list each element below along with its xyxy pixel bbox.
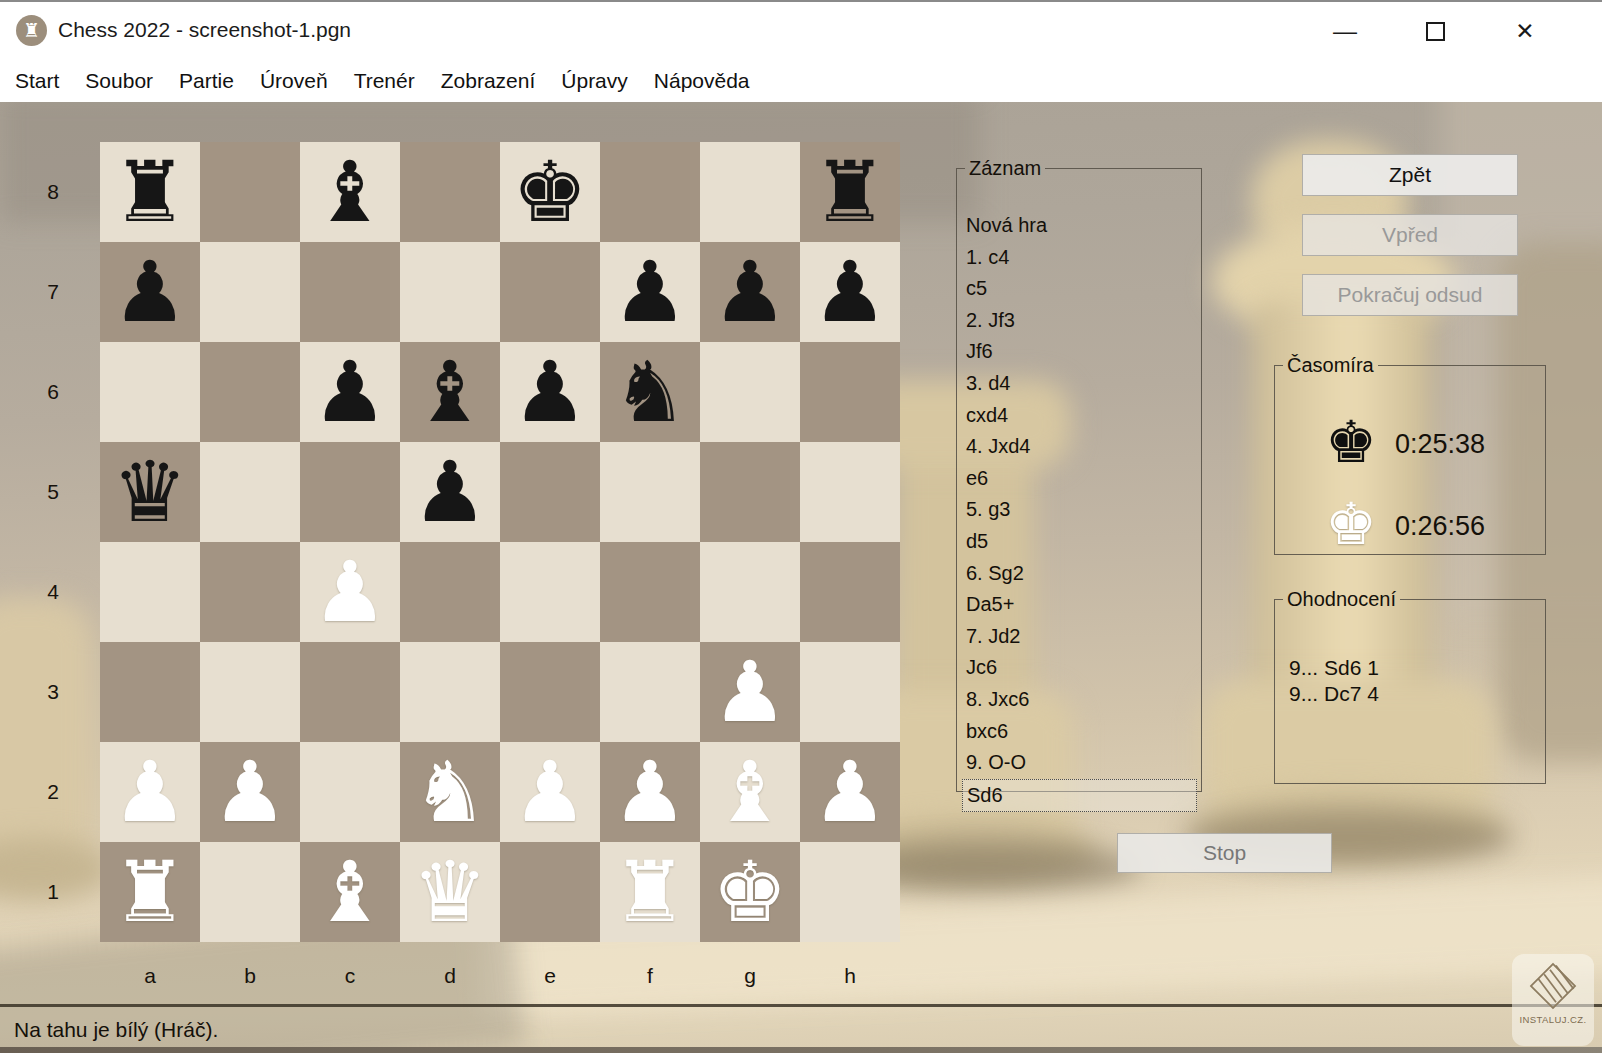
move-item-13[interactable]: 7. Jd2: [962, 621, 1197, 653]
square-g5[interactable]: [700, 442, 800, 542]
menu-item-úroveň[interactable]: Úroveň: [247, 69, 341, 93]
square-c3[interactable]: [300, 642, 400, 742]
rank-label-7: 7: [38, 242, 68, 342]
black-rook-a8: ♜: [112, 142, 187, 242]
black-pawn-c6: ♟: [312, 342, 387, 442]
file-label-g: g: [700, 954, 800, 998]
square-b1[interactable]: [200, 842, 300, 942]
square-h8[interactable]: ♜: [800, 142, 900, 242]
square-h2[interactable]: ♟: [800, 742, 900, 842]
status-bar-text: Na tahu je bílý (Hráč).: [14, 1018, 218, 1042]
square-a3[interactable]: [100, 642, 200, 742]
black-pawn-e6: ♟: [512, 342, 587, 442]
white-pawn-c4: ♟: [312, 542, 387, 642]
menu-item-soubor[interactable]: Soubor: [72, 69, 166, 93]
move-item-12[interactable]: Da5+: [962, 589, 1197, 621]
chess-board: ♜♝♚♜♟♟♟♟♟♝♟♞♛♟♟♟♟♟♞♟♟♝♟♜♝♛♜♚: [100, 142, 900, 942]
menu-item-start[interactable]: Start: [2, 69, 72, 93]
square-h7[interactable]: ♟: [800, 242, 900, 342]
square-a6[interactable]: [100, 342, 200, 442]
move-item-6[interactable]: cxd4: [962, 400, 1197, 432]
square-f6[interactable]: ♞: [600, 342, 700, 442]
clock-group: Časomíra ♚ 0:25:38 ♚ 0:26:56: [1274, 354, 1546, 555]
move-item-11[interactable]: 6. Sg2: [962, 558, 1197, 590]
menu-item-nápověda[interactable]: Nápověda: [641, 69, 763, 93]
move-item-16[interactable]: bxc6: [962, 716, 1197, 748]
rank-label-1: 1: [38, 842, 68, 942]
white-rook-a1: ♜: [112, 842, 187, 942]
move-item-1[interactable]: 1. c4: [962, 242, 1197, 274]
black-pawn-d5: ♟: [412, 442, 487, 542]
rank-label-8: 8: [38, 142, 68, 242]
white-pawn-h2: ♟: [812, 742, 887, 842]
file-label-a: a: [100, 954, 200, 998]
evaluation-line-1: 9... Dc7 4: [1289, 681, 1379, 707]
square-f3[interactable]: [600, 642, 700, 742]
file-label-b: b: [200, 954, 300, 998]
square-g6[interactable]: [700, 342, 800, 442]
square-b7[interactable]: [200, 242, 300, 342]
square-b8[interactable]: [200, 142, 300, 242]
white-king-g1: ♚: [712, 842, 787, 942]
square-a1[interactable]: ♜: [100, 842, 200, 942]
continue-from-here-button[interactable]: Pokračuj odsud: [1302, 274, 1518, 316]
file-label-d: d: [400, 954, 500, 998]
menu-item-zobrazení[interactable]: Zobrazení: [428, 69, 549, 93]
stop-button[interactable]: Stop: [1117, 833, 1332, 873]
clock-group-title: Časomíra: [1283, 354, 1378, 377]
square-f5[interactable]: [600, 442, 700, 542]
chess-2022-window: ♜ Chess 2022 - screenshot-1.pgn — ✕ Star…: [0, 0, 1602, 1053]
square-f1[interactable]: ♜: [600, 842, 700, 942]
move-item-8[interactable]: e6: [962, 463, 1197, 495]
move-item-4[interactable]: Jf6: [962, 336, 1197, 368]
square-c1[interactable]: ♝: [300, 842, 400, 942]
black-pawn-a7: ♟: [112, 242, 187, 342]
square-a2[interactable]: ♟: [100, 742, 200, 842]
menu-item-úpravy[interactable]: Úpravy: [548, 69, 641, 93]
square-g7[interactable]: ♟: [700, 242, 800, 342]
black-clock-time: 0:25:38: [1395, 429, 1485, 460]
file-label-f: f: [600, 954, 700, 998]
rank-label-4: 4: [38, 542, 68, 642]
square-h3[interactable]: [800, 642, 900, 742]
square-h4[interactable]: [800, 542, 900, 642]
square-d5[interactable]: ♟: [400, 442, 500, 542]
black-rook-h8: ♜: [812, 142, 887, 242]
file-label-c: c: [300, 954, 400, 998]
close-button[interactable]: ✕: [1494, 2, 1556, 60]
app-rook-icon: ♜: [16, 15, 47, 46]
square-c6[interactable]: ♟: [300, 342, 400, 442]
white-king-icon: ♚: [1325, 495, 1377, 553]
white-pawn-e2: ♟: [512, 742, 587, 842]
table-edge-strip: [0, 1047, 1602, 1053]
square-f7[interactable]: ♟: [600, 242, 700, 342]
instaluj-watermark-text: INSTALUJ.CZ.: [1520, 1014, 1587, 1025]
rank-label-3: 3: [38, 642, 68, 742]
rank-label-6: 6: [38, 342, 68, 442]
square-e2[interactable]: ♟: [500, 742, 600, 842]
record-group-title: Záznam: [965, 157, 1045, 180]
black-pawn-h7: ♟: [812, 242, 887, 342]
square-c5[interactable]: [300, 442, 400, 542]
square-d4[interactable]: [400, 542, 500, 642]
square-c7[interactable]: [300, 242, 400, 342]
rank-label-5: 5: [38, 442, 68, 542]
white-clock-time: 0:26:56: [1395, 511, 1485, 542]
evaluation-group-title: Ohodnocení: [1283, 588, 1400, 611]
move-item-9[interactable]: 5. g3: [962, 494, 1197, 526]
white-knight-d2: ♞: [412, 742, 487, 842]
square-h1[interactable]: [800, 842, 900, 942]
close-icon: ✕: [1515, 18, 1534, 45]
square-d2[interactable]: ♞: [400, 742, 500, 842]
white-bishop-g2: ♝: [712, 742, 787, 842]
square-b6[interactable]: [200, 342, 300, 442]
square-b3[interactable]: [200, 642, 300, 742]
move-item-10[interactable]: d5: [962, 526, 1197, 558]
black-knight-f6: ♞: [612, 342, 687, 442]
square-a4[interactable]: [100, 542, 200, 642]
rank-label-2: 2: [38, 742, 68, 842]
white-queen-d1: ♛: [412, 842, 487, 942]
square-a5[interactable]: ♛: [100, 442, 200, 542]
square-c2[interactable]: [300, 742, 400, 842]
square-a7[interactable]: ♟: [100, 242, 200, 342]
maximize-button[interactable]: [1404, 2, 1466, 60]
move-list: Nová hra1. c4c52. Jf3Jf63. d4cxd44. Jxd4…: [962, 210, 1197, 812]
black-pawn-f7: ♟: [612, 242, 687, 342]
white-pawn-f2: ♟: [612, 742, 687, 842]
black-pawn-g7: ♟: [712, 242, 787, 342]
square-c8[interactable]: ♝: [300, 142, 400, 242]
square-e5[interactable]: [500, 442, 600, 542]
square-d8[interactable]: [400, 142, 500, 242]
black-queen-a5: ♛: [112, 442, 187, 542]
square-b2[interactable]: ♟: [200, 742, 300, 842]
square-b5[interactable]: [200, 442, 300, 542]
square-e3[interactable]: [500, 642, 600, 742]
move-item-3[interactable]: 2. Jf3: [962, 305, 1197, 337]
move-item-5[interactable]: 3. d4: [962, 368, 1197, 400]
square-f4[interactable]: [600, 542, 700, 642]
file-label-h: h: [800, 954, 900, 998]
menu-item-trenér[interactable]: Trenér: [341, 69, 428, 93]
back-button[interactable]: Zpět: [1302, 154, 1518, 196]
square-d7[interactable]: [400, 242, 500, 342]
move-item-15[interactable]: 8. Jxc6: [962, 684, 1197, 716]
square-e7[interactable]: [500, 242, 600, 342]
square-f8[interactable]: [600, 142, 700, 242]
window-controls: — ✕: [1314, 2, 1556, 60]
window-title: Chess 2022 - screenshot-1.pgn: [58, 18, 351, 42]
forward-button[interactable]: Vpřed: [1302, 214, 1518, 256]
square-e6[interactable]: ♟: [500, 342, 600, 442]
instaluj-watermark: INSTALUJ.CZ.: [1512, 954, 1594, 1046]
move-item-14[interactable]: Jc6: [962, 652, 1197, 684]
record-group: Záznam Nová hra1. c4c52. Jf3Jf63. d4cxd4…: [956, 157, 1202, 792]
square-d1[interactable]: ♛: [400, 842, 500, 942]
square-g4[interactable]: [700, 542, 800, 642]
status-divider: [0, 1004, 1602, 1007]
minimize-icon: —: [1333, 17, 1357, 45]
menu-item-partie[interactable]: Partie: [166, 69, 247, 93]
instaluj-diamond-icon: [1527, 960, 1579, 1012]
evaluation-line-0: 9... Sd6 1: [1289, 655, 1379, 681]
move-item-0[interactable]: Nová hra: [962, 210, 1197, 242]
white-pawn-a2: ♟: [112, 742, 187, 842]
square-g1[interactable]: ♚: [700, 842, 800, 942]
move-item-17[interactable]: 9. O-O: [962, 747, 1197, 779]
white-bishop-c1: ♝: [312, 842, 387, 942]
square-d6[interactable]: ♝: [400, 342, 500, 442]
move-item-2[interactable]: c5: [962, 273, 1197, 305]
square-e4[interactable]: [500, 542, 600, 642]
white-rook-f1: ♜: [612, 842, 687, 942]
square-g2[interactable]: ♝: [700, 742, 800, 842]
move-item-18[interactable]: Sd6: [962, 779, 1197, 813]
square-h5[interactable]: [800, 442, 900, 542]
square-g3[interactable]: ♟: [700, 642, 800, 742]
white-pawn-b2: ♟: [212, 742, 287, 842]
square-e1[interactable]: [500, 842, 600, 942]
square-h6[interactable]: [800, 342, 900, 442]
minimize-button[interactable]: —: [1314, 2, 1376, 60]
maximize-icon: [1426, 22, 1445, 41]
move-item-7[interactable]: 4. Jxd4: [962, 431, 1197, 463]
square-a8[interactable]: ♜: [100, 142, 200, 242]
square-f2[interactable]: ♟: [600, 742, 700, 842]
white-pawn-g3: ♟: [712, 642, 787, 742]
black-bishop-d6: ♝: [412, 342, 487, 442]
evaluation-group: Ohodnocení 9... Sd6 19... Dc7 4: [1274, 588, 1546, 784]
square-g8[interactable]: [700, 142, 800, 242]
black-bishop-c8: ♝: [312, 142, 387, 242]
square-b4[interactable]: [200, 542, 300, 642]
file-label-e: e: [500, 954, 600, 998]
square-c4[interactable]: ♟: [300, 542, 400, 642]
menu-bar: StartSouborPartieÚroveňTrenérZobrazeníÚp…: [0, 60, 1602, 102]
black-king-e8: ♚: [512, 142, 587, 242]
black-king-icon: ♚: [1325, 413, 1377, 471]
square-e8[interactable]: ♚: [500, 142, 600, 242]
square-d3[interactable]: [400, 642, 500, 742]
